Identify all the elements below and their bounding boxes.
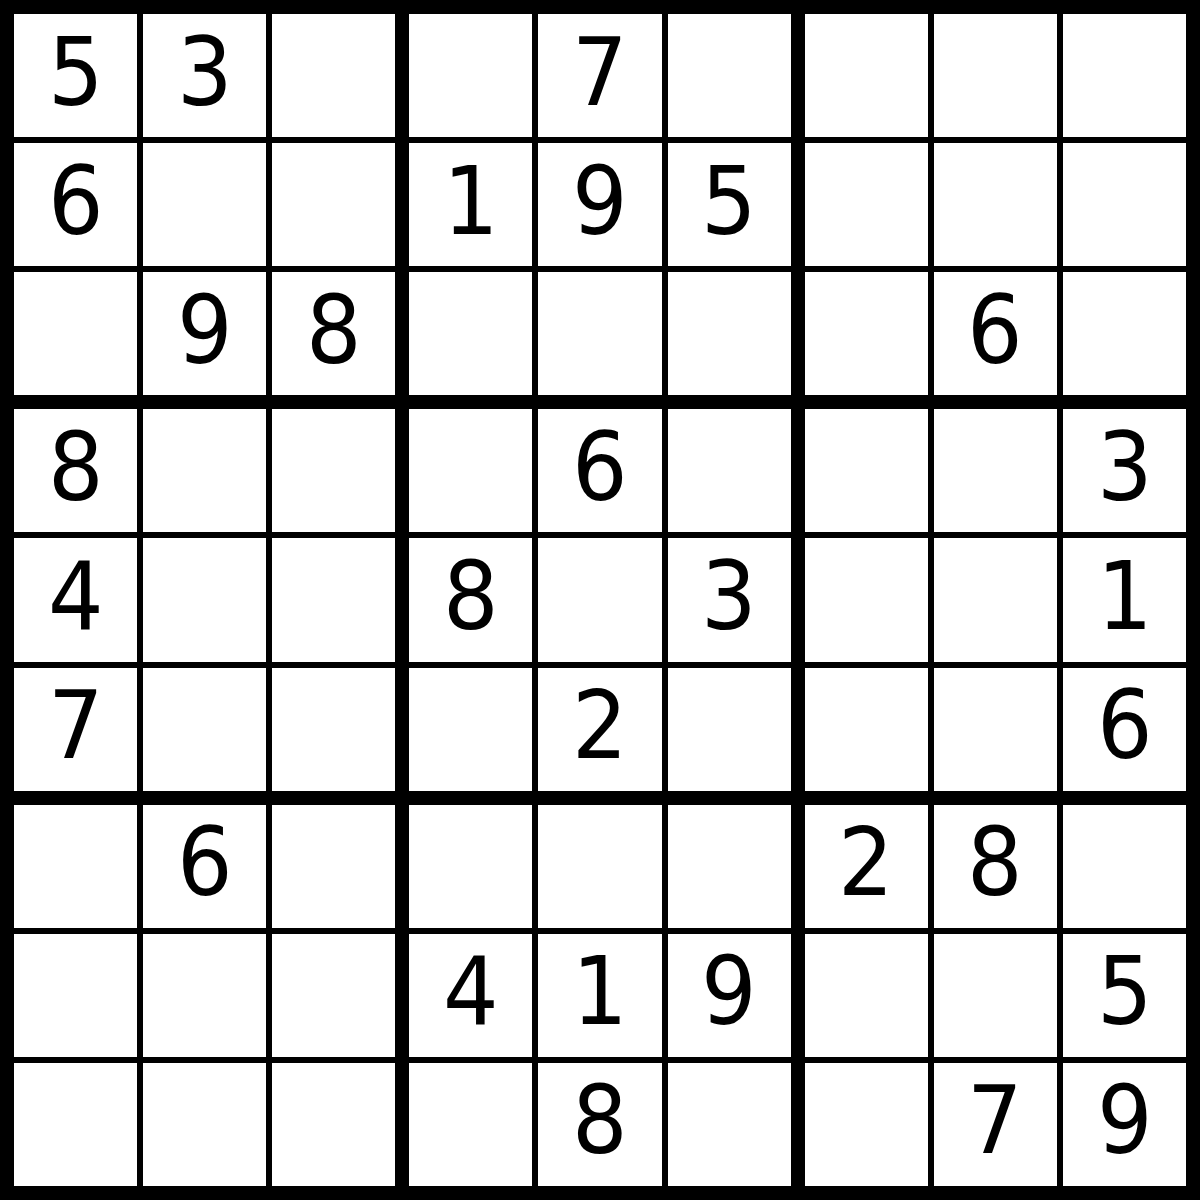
box-5: 6832	[409, 409, 790, 790]
cell-r3c6[interactable]	[668, 272, 791, 395]
cell-r4c1[interactable]: 8	[14, 409, 137, 532]
cell-r1c4[interactable]	[409, 14, 532, 137]
cell-value: 8	[306, 284, 362, 384]
cell-value: 3	[1097, 421, 1153, 521]
cell-r7c8[interactable]: 8	[934, 805, 1057, 928]
cell-value: 7	[48, 679, 104, 779]
cell-value: 7	[967, 1074, 1023, 1174]
cell-r4c8[interactable]	[934, 409, 1057, 532]
cell-r6c7[interactable]	[805, 668, 928, 791]
cell-r6c9[interactable]: 6	[1063, 668, 1186, 791]
cell-r6c1[interactable]: 7	[14, 668, 137, 791]
cell-r8c8[interactable]	[934, 934, 1057, 1057]
cell-value: 6	[48, 155, 104, 255]
cell-value: 2	[838, 816, 894, 916]
cell-r7c4[interactable]	[409, 805, 532, 928]
cell-value: 9	[1097, 1074, 1153, 1174]
cell-r1c8[interactable]	[934, 14, 1057, 137]
cell-value: 8	[572, 1074, 628, 1174]
cell-value: 9	[572, 155, 628, 255]
cell-r9c5[interactable]: 8	[538, 1063, 661, 1186]
cell-r6c8[interactable]	[934, 668, 1057, 791]
cell-r9c8[interactable]: 7	[934, 1063, 1057, 1186]
cell-r6c3[interactable]	[272, 668, 395, 791]
cell-r2c2[interactable]	[143, 143, 266, 266]
box-4: 847	[14, 409, 395, 790]
cell-value: 5	[701, 155, 757, 255]
cell-r1c5[interactable]: 7	[538, 14, 661, 137]
sudoku-board: 536987195684768323166419828579	[0, 0, 1200, 1200]
cell-value: 8	[967, 816, 1023, 916]
cell-value: 5	[48, 26, 104, 126]
cell-r4c2[interactable]	[143, 409, 266, 532]
cell-r3c1[interactable]	[14, 272, 137, 395]
box-3: 6	[805, 14, 1186, 395]
cell-value: 1	[572, 945, 628, 1045]
cell-r7c6[interactable]	[668, 805, 791, 928]
cell-r4c7[interactable]	[805, 409, 928, 532]
cell-r5c8[interactable]	[934, 538, 1057, 661]
cell-r5c4[interactable]: 8	[409, 538, 532, 661]
cell-r1c3[interactable]	[272, 14, 395, 137]
cell-r5c7[interactable]	[805, 538, 928, 661]
cell-r9c2[interactable]	[143, 1063, 266, 1186]
cell-r6c5[interactable]: 2	[538, 668, 661, 791]
cell-r7c1[interactable]	[14, 805, 137, 928]
cell-r6c4[interactable]	[409, 668, 532, 791]
cell-r6c2[interactable]	[143, 668, 266, 791]
cell-r2c5[interactable]: 9	[538, 143, 661, 266]
cell-value: 5	[1097, 945, 1153, 1045]
cell-value: 9	[701, 945, 757, 1045]
cell-r3c9[interactable]	[1063, 272, 1186, 395]
cell-r1c9[interactable]	[1063, 14, 1186, 137]
cell-r2c4[interactable]: 1	[409, 143, 532, 266]
cell-r7c2[interactable]: 6	[143, 805, 266, 928]
cell-value: 1	[1097, 550, 1153, 650]
cell-r4c6[interactable]	[668, 409, 791, 532]
cell-r6c6[interactable]	[668, 668, 791, 791]
cell-r7c7[interactable]: 2	[805, 805, 928, 928]
cell-r2c6[interactable]: 5	[668, 143, 791, 266]
cell-r9c6[interactable]	[668, 1063, 791, 1186]
cell-r2c7[interactable]	[805, 143, 928, 266]
cell-r2c8[interactable]	[934, 143, 1057, 266]
cell-value: 6	[967, 284, 1023, 384]
cell-r5c2[interactable]	[143, 538, 266, 661]
cell-value: 6	[572, 421, 628, 521]
cell-value: 1	[443, 155, 499, 255]
cell-r7c3[interactable]	[272, 805, 395, 928]
cell-r9c9[interactable]: 9	[1063, 1063, 1186, 1186]
cell-r9c3[interactable]	[272, 1063, 395, 1186]
cell-r8c1[interactable]	[14, 934, 137, 1057]
cell-r4c9[interactable]: 3	[1063, 409, 1186, 532]
box-9: 28579	[805, 805, 1186, 1186]
cell-r5c9[interactable]: 1	[1063, 538, 1186, 661]
cell-value: 7	[572, 26, 628, 126]
cell-r3c3[interactable]: 8	[272, 272, 395, 395]
cell-r8c9[interactable]: 5	[1063, 934, 1186, 1057]
cell-r2c9[interactable]	[1063, 143, 1186, 266]
cell-r8c2[interactable]	[143, 934, 266, 1057]
box-8: 4198	[409, 805, 790, 1186]
cell-r3c2[interactable]: 9	[143, 272, 266, 395]
cell-value: 6	[177, 816, 233, 916]
cell-r8c5[interactable]: 1	[538, 934, 661, 1057]
cell-r4c5[interactable]: 6	[538, 409, 661, 532]
cell-r8c6[interactable]: 9	[668, 934, 791, 1057]
box-2: 7195	[409, 14, 790, 395]
cell-r9c1[interactable]	[14, 1063, 137, 1186]
cell-r4c4[interactable]	[409, 409, 532, 532]
cell-r3c5[interactable]	[538, 272, 661, 395]
cell-value: 3	[177, 26, 233, 126]
cell-value: 9	[177, 284, 233, 384]
cell-r1c1[interactable]: 5	[14, 14, 137, 137]
cell-value: 4	[48, 550, 104, 650]
cell-r1c6[interactable]	[668, 14, 791, 137]
cell-r5c3[interactable]	[272, 538, 395, 661]
cell-r8c7[interactable]	[805, 934, 928, 1057]
box-1: 53698	[14, 14, 395, 395]
cell-r8c3[interactable]	[272, 934, 395, 1057]
cell-r5c1[interactable]: 4	[14, 538, 137, 661]
cell-r3c7[interactable]	[805, 272, 928, 395]
cell-value: 8	[48, 421, 104, 521]
cell-r9c7[interactable]	[805, 1063, 928, 1186]
cell-value: 8	[443, 550, 499, 650]
cell-r7c5[interactable]	[538, 805, 661, 928]
cell-r3c4[interactable]	[409, 272, 532, 395]
cell-r2c3[interactable]	[272, 143, 395, 266]
cell-value: 2	[572, 679, 628, 779]
box-6: 316	[805, 409, 1186, 790]
cell-r7c9[interactable]	[1063, 805, 1186, 928]
cell-value: 6	[1097, 679, 1153, 779]
cell-r1c7[interactable]	[805, 14, 928, 137]
cell-r4c3[interactable]	[272, 409, 395, 532]
cell-r1c2[interactable]: 3	[143, 14, 266, 137]
cell-value: 3	[701, 550, 757, 650]
cell-r5c6[interactable]: 3	[668, 538, 791, 661]
cell-r3c8[interactable]: 6	[934, 272, 1057, 395]
cell-value: 4	[443, 945, 499, 1045]
cell-r8c4[interactable]: 4	[409, 934, 532, 1057]
cell-r2c1[interactable]: 6	[14, 143, 137, 266]
cell-r9c4[interactable]	[409, 1063, 532, 1186]
cell-r5c5[interactable]	[538, 538, 661, 661]
box-7: 6	[14, 805, 395, 1186]
